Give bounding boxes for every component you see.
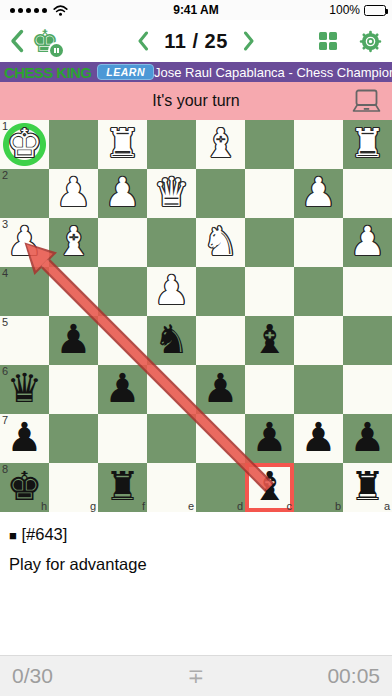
bottom-bar: 0/30 ∓ 00:05 (0, 655, 392, 696)
black-pawn: ♟ (196, 365, 245, 414)
file-label-a: a (384, 500, 390, 512)
file-label-g: g (90, 500, 96, 512)
square-g6[interactable] (49, 365, 98, 414)
square-d2[interactable] (196, 169, 245, 218)
white-bishop: ♝ (196, 120, 245, 169)
puzzle-list-button[interactable] (319, 32, 338, 51)
rank-label-7: 7 (2, 414, 8, 426)
square-g4[interactable] (49, 267, 98, 316)
black-pawn: ♟ (294, 414, 343, 463)
square-a6[interactable] (343, 365, 392, 414)
brand-bar: CHESS KING LEARN Jose Raul Capablanca - … (0, 62, 392, 82)
learn-badge: LEARN (97, 64, 154, 80)
square-g8[interactable]: g (49, 463, 98, 512)
white-pawn: ♟ (147, 267, 196, 316)
rank-label-3: 3 (2, 218, 8, 230)
square-h1[interactable]: 1♚ (0, 120, 49, 169)
square-g5[interactable]: ♟ (49, 316, 98, 365)
white-queen: ♛ (147, 169, 196, 218)
black-bishop: ♝ (245, 316, 294, 365)
square-f7[interactable] (98, 414, 147, 463)
turn-message: It's your turn (152, 92, 240, 110)
square-c5[interactable]: ♝ (245, 316, 294, 365)
square-f4[interactable] (98, 267, 147, 316)
file-label-c: c (287, 500, 293, 512)
square-g2[interactable]: ♟ (49, 169, 98, 218)
square-e1[interactable] (147, 120, 196, 169)
black-pawn: ♟ (343, 414, 392, 463)
black-to-move-indicator: ■ (9, 528, 17, 543)
white-rook: ♜ (343, 120, 392, 169)
file-label-h: h (41, 500, 47, 512)
square-c2[interactable] (245, 169, 294, 218)
turn-banner: It's your turn (0, 82, 392, 120)
square-d5[interactable] (196, 316, 245, 365)
chess-board-area: 1♚♜♝♜2♟♟♛♟3♟♝♞♟4♟5♟♞♝6♛♟♟7♟♟♟♟8h♚gf♜edc♝… (0, 120, 392, 512)
battery-percent: 100% (329, 3, 360, 17)
square-a5[interactable] (343, 316, 392, 365)
black-knight: ♞ (147, 316, 196, 365)
square-h8[interactable]: 8h♚ (0, 463, 49, 512)
square-g1[interactable] (49, 120, 98, 169)
puzzle-number: [#643] (21, 525, 67, 543)
square-a2[interactable] (343, 169, 392, 218)
white-bishop: ♝ (49, 218, 98, 267)
prev-puzzle-button[interactable] (137, 31, 149, 51)
square-b3[interactable] (294, 218, 343, 267)
square-c6[interactable] (245, 365, 294, 414)
square-b6[interactable] (294, 365, 343, 414)
rank-label-1: 1 (2, 120, 8, 132)
black-pawn: ♟ (245, 414, 294, 463)
square-c7[interactable]: ♟ (245, 414, 294, 463)
square-f8[interactable]: f♜ (98, 463, 147, 512)
square-c4[interactable] (245, 267, 294, 316)
battery-icon (364, 5, 386, 16)
square-g3[interactable]: ♝ (49, 218, 98, 267)
chess-board: 1♚♜♝♜2♟♟♛♟3♟♝♞♟4♟5♟♞♝6♛♟♟7♟♟♟♟8h♚gf♜edc♝… (0, 120, 392, 512)
square-a8[interactable]: a♜ (343, 463, 392, 512)
square-d7[interactable] (196, 414, 245, 463)
square-a4[interactable] (343, 267, 392, 316)
square-h4[interactable]: 4 (0, 267, 49, 316)
brand-name: CHESS KING (4, 64, 91, 81)
square-d4[interactable] (196, 267, 245, 316)
square-g7[interactable] (49, 414, 98, 463)
square-h7[interactable]: 7♟ (0, 414, 49, 463)
square-e8[interactable]: e (147, 463, 196, 512)
timer: 00:05 (327, 664, 380, 688)
white-knight: ♞ (196, 218, 245, 267)
puzzle-instruction: Play for advantage (9, 550, 383, 578)
square-b8[interactable]: b (294, 463, 343, 512)
status-bar: 9:41 AM 100% (0, 0, 392, 20)
square-h6[interactable]: 6♛ (0, 365, 49, 414)
computer-opponent-icon[interactable] (351, 89, 382, 114)
black-pawn: ♟ (98, 365, 147, 414)
square-f6[interactable]: ♟ (98, 365, 147, 414)
square-e7[interactable] (147, 414, 196, 463)
square-c8[interactable]: c♝ (245, 463, 294, 512)
square-c1[interactable] (245, 120, 294, 169)
rank-label-8: 8 (2, 463, 8, 475)
white-pawn: ♟ (343, 218, 392, 267)
square-d3[interactable]: ♞ (196, 218, 245, 267)
square-h5[interactable]: 5 (0, 316, 49, 365)
rank-label-4: 4 (2, 267, 8, 279)
square-b1[interactable] (294, 120, 343, 169)
square-e4[interactable]: ♟ (147, 267, 196, 316)
square-h3[interactable]: 3♟ (0, 218, 49, 267)
file-label-f: f (142, 500, 145, 512)
white-pawn: ♟ (49, 169, 98, 218)
next-puzzle-button[interactable] (243, 31, 255, 51)
square-h2[interactable]: 2 (0, 169, 49, 218)
square-b2[interactable]: ♟ (294, 169, 343, 218)
file-label-b: b (335, 500, 341, 512)
square-f3[interactable] (98, 218, 147, 267)
square-b5[interactable] (294, 316, 343, 365)
file-label-d: d (237, 500, 243, 512)
white-pawn: ♟ (98, 169, 147, 218)
square-b7[interactable]: ♟ (294, 414, 343, 463)
black-rook: ♜ (98, 463, 147, 512)
square-f5[interactable] (98, 316, 147, 365)
settings-gear-button[interactable] (359, 30, 382, 53)
white-rook: ♜ (98, 120, 147, 169)
nav-bar: ♚ 11 / 25 (0, 20, 392, 62)
rank-label-5: 5 (2, 316, 8, 328)
pause-badge-icon (50, 44, 63, 57)
puzzle-info: ■ [#643] Play for advantage (0, 512, 392, 655)
black-pawn: ♟ (49, 316, 98, 365)
square-b4[interactable] (294, 267, 343, 316)
square-f2[interactable]: ♟ (98, 169, 147, 218)
rank-label-2: 2 (2, 169, 8, 181)
square-a7[interactable]: ♟ (343, 414, 392, 463)
back-button[interactable] (10, 29, 24, 53)
puzzle-counter: 11 / 25 (164, 30, 228, 53)
square-d8[interactable]: d (196, 463, 245, 512)
square-f1[interactable]: ♜ (98, 120, 147, 169)
square-e2[interactable]: ♛ (147, 169, 196, 218)
square-d1[interactable]: ♝ (196, 120, 245, 169)
square-a1[interactable]: ♜ (343, 120, 392, 169)
square-d6[interactable]: ♟ (196, 365, 245, 414)
square-c3[interactable] (245, 218, 294, 267)
square-a3[interactable]: ♟ (343, 218, 392, 267)
square-e3[interactable] (147, 218, 196, 267)
course-title: Jose Raul Capablanca - Chess Champion (154, 65, 392, 80)
square-e5[interactable]: ♞ (147, 316, 196, 365)
rank-label-6: 6 (2, 365, 8, 377)
square-e6[interactable] (147, 365, 196, 414)
white-pawn: ♟ (294, 169, 343, 218)
chess-king-logo-icon[interactable]: ♚ (28, 23, 62, 59)
file-label-e: e (188, 500, 194, 512)
